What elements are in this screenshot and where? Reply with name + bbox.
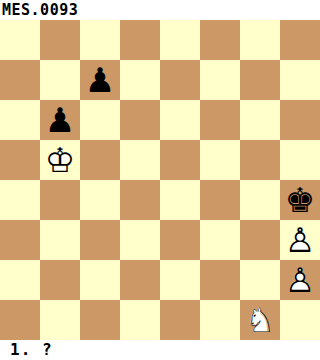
square-f3 bbox=[200, 220, 240, 260]
piece-white-pawn: ♟♙ bbox=[280, 220, 320, 260]
black-king-icon: ♚ bbox=[280, 180, 320, 220]
white-king-icon: ♔ bbox=[40, 140, 80, 180]
square-d4 bbox=[120, 180, 160, 220]
square-a1 bbox=[0, 300, 40, 340]
square-b3 bbox=[40, 220, 80, 260]
square-a5 bbox=[0, 140, 40, 180]
square-e1 bbox=[160, 300, 200, 340]
square-b5: ♚♔ bbox=[40, 140, 80, 180]
square-a8 bbox=[0, 20, 40, 60]
square-g7 bbox=[240, 60, 280, 100]
square-d2 bbox=[120, 260, 160, 300]
square-b1 bbox=[40, 300, 80, 340]
square-e2 bbox=[160, 260, 200, 300]
square-h6 bbox=[280, 100, 320, 140]
square-d7 bbox=[120, 60, 160, 100]
square-c2 bbox=[80, 260, 120, 300]
chess-board: ♟♟♚♔♚♟♙♟♙♞♘ bbox=[0, 20, 320, 340]
square-f8 bbox=[200, 20, 240, 60]
square-g4 bbox=[240, 180, 280, 220]
square-d1 bbox=[120, 300, 160, 340]
white-pawn-icon: ♙ bbox=[280, 260, 320, 300]
square-b4 bbox=[40, 180, 80, 220]
square-h2: ♟♙ bbox=[280, 260, 320, 300]
square-c3 bbox=[80, 220, 120, 260]
square-e8 bbox=[160, 20, 200, 60]
square-c5 bbox=[80, 140, 120, 180]
square-b8 bbox=[40, 20, 80, 60]
square-h4: ♚ bbox=[280, 180, 320, 220]
square-a6 bbox=[0, 100, 40, 140]
piece-white-pawn: ♟♙ bbox=[280, 260, 320, 300]
square-e6 bbox=[160, 100, 200, 140]
square-h1 bbox=[280, 300, 320, 340]
square-h5 bbox=[280, 140, 320, 180]
square-f6 bbox=[200, 100, 240, 140]
square-d3 bbox=[120, 220, 160, 260]
square-c1 bbox=[80, 300, 120, 340]
move-prompt: 1. ? bbox=[0, 340, 320, 360]
square-f1 bbox=[200, 300, 240, 340]
piece-black-pawn: ♟ bbox=[80, 60, 120, 100]
black-pawn-icon: ♟ bbox=[40, 100, 80, 140]
white-pawn-icon: ♙ bbox=[280, 220, 320, 260]
square-c7: ♟ bbox=[80, 60, 120, 100]
square-d6 bbox=[120, 100, 160, 140]
square-a2 bbox=[0, 260, 40, 300]
black-pawn-icon: ♟ bbox=[80, 60, 120, 100]
piece-white-king: ♚♔ bbox=[40, 140, 80, 180]
square-e5 bbox=[160, 140, 200, 180]
square-c6 bbox=[80, 100, 120, 140]
square-d5 bbox=[120, 140, 160, 180]
square-b6: ♟ bbox=[40, 100, 80, 140]
square-d8 bbox=[120, 20, 160, 60]
square-f7 bbox=[200, 60, 240, 100]
square-b7 bbox=[40, 60, 80, 100]
square-g2 bbox=[240, 260, 280, 300]
square-g8 bbox=[240, 20, 280, 60]
square-f4 bbox=[200, 180, 240, 220]
square-e7 bbox=[160, 60, 200, 100]
square-h3: ♟♙ bbox=[280, 220, 320, 260]
square-f5 bbox=[200, 140, 240, 180]
square-b2 bbox=[40, 260, 80, 300]
white-knight-icon: ♘ bbox=[240, 300, 280, 340]
diagram-title: MES.0093 bbox=[0, 0, 320, 20]
square-g1: ♞♘ bbox=[240, 300, 280, 340]
square-h7 bbox=[280, 60, 320, 100]
square-a7 bbox=[0, 60, 40, 100]
square-a4 bbox=[0, 180, 40, 220]
piece-white-knight: ♞♘ bbox=[240, 300, 280, 340]
piece-black-pawn: ♟ bbox=[40, 100, 80, 140]
square-g3 bbox=[240, 220, 280, 260]
piece-black-king: ♚ bbox=[280, 180, 320, 220]
square-f2 bbox=[200, 260, 240, 300]
square-a3 bbox=[0, 220, 40, 260]
square-e3 bbox=[160, 220, 200, 260]
square-g6 bbox=[240, 100, 280, 140]
square-c4 bbox=[80, 180, 120, 220]
square-h8 bbox=[280, 20, 320, 60]
square-e4 bbox=[160, 180, 200, 220]
square-g5 bbox=[240, 140, 280, 180]
square-c8 bbox=[80, 20, 120, 60]
